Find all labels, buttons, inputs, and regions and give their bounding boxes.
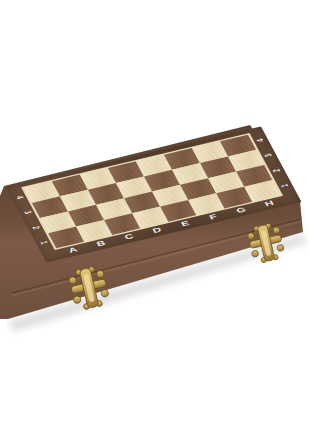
rank-label-4-left: 4 bbox=[4, 190, 36, 205]
rank-label-3-right: 3 bbox=[252, 148, 284, 163]
rank-label-1-left: 1 bbox=[28, 235, 60, 250]
rank-label-4-right: 4 bbox=[244, 133, 276, 148]
rank-label-1-right: 1 bbox=[268, 178, 300, 193]
chess-box-product-photo: ABCDEFGH 4321 4321 bbox=[0, 0, 310, 430]
rank-label-2-left: 2 bbox=[20, 220, 52, 235]
rank-label-2-right: 2 bbox=[260, 163, 292, 178]
rank-label-3-left: 3 bbox=[12, 205, 44, 220]
